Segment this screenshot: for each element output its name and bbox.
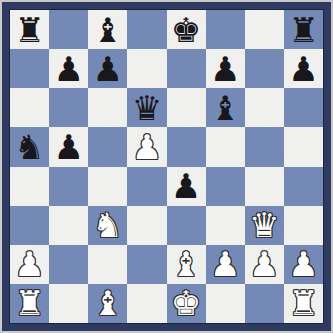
square-e3[interactable] [167,206,206,245]
square-f5[interactable] [206,127,245,166]
square-f8[interactable] [206,10,245,49]
black-queen-d6[interactable]: ♛ [132,91,162,125]
black-pawn-b5[interactable]: ♟ [53,130,83,164]
square-e7[interactable] [167,49,206,88]
square-g2[interactable]: ♟ [245,245,284,284]
square-e4[interactable]: ♟ [167,167,206,206]
square-f7[interactable]: ♟ [206,49,245,88]
square-e6[interactable] [167,88,206,127]
square-d6[interactable]: ♛ [127,88,166,127]
square-a3[interactable] [10,206,49,245]
square-d4[interactable] [127,167,166,206]
square-a6[interactable] [10,88,49,127]
square-c7[interactable]: ♟ [88,49,127,88]
square-g8[interactable] [245,10,284,49]
black-king-e8[interactable]: ♚ [171,13,201,47]
square-d5[interactable]: ♟ [127,127,166,166]
square-f3[interactable] [206,206,245,245]
square-h6[interactable] [284,88,323,127]
square-g7[interactable] [245,49,284,88]
square-h4[interactable] [284,167,323,206]
white-bishop-e2[interactable]: ♝ [171,247,201,281]
white-rook-h1[interactable]: ♜ [288,286,318,320]
square-e2[interactable]: ♝ [167,245,206,284]
white-pawn-d5[interactable]: ♟ [132,130,162,164]
square-h8[interactable]: ♜ [284,10,323,49]
square-b2[interactable] [49,245,88,284]
white-king-e1[interactable]: ♚ [171,286,201,320]
square-e5[interactable] [167,127,206,166]
square-a1[interactable]: ♜ [10,284,49,323]
white-pawn-g2[interactable]: ♟ [249,247,279,281]
black-bishop-c8[interactable]: ♝ [93,13,123,47]
white-knight-c3[interactable]: ♞ [93,208,123,242]
square-c8[interactable]: ♝ [88,10,127,49]
board-frame: ♜♝♚♜♟♟♟♟♛♝♞♟♟♟♞♛♟♝♟♟♟♜♝♚♜ [0,0,333,333]
square-g3[interactable]: ♛ [245,206,284,245]
square-f6[interactable]: ♝ [206,88,245,127]
square-e8[interactable]: ♚ [167,10,206,49]
square-h1[interactable]: ♜ [284,284,323,323]
black-rook-h8[interactable]: ♜ [288,13,318,47]
square-c3[interactable]: ♞ [88,206,127,245]
square-b1[interactable] [49,284,88,323]
square-c6[interactable] [88,88,127,127]
black-pawn-f7[interactable]: ♟ [210,52,240,86]
square-f4[interactable] [206,167,245,206]
black-knight-a5[interactable]: ♞ [14,130,44,164]
square-a4[interactable] [10,167,49,206]
square-d1[interactable] [127,284,166,323]
square-g4[interactable] [245,167,284,206]
square-e1[interactable]: ♚ [167,284,206,323]
square-f2[interactable]: ♟ [206,245,245,284]
square-a8[interactable]: ♜ [10,10,49,49]
square-g1[interactable] [245,284,284,323]
square-c2[interactable] [88,245,127,284]
square-a7[interactable] [10,49,49,88]
square-h2[interactable]: ♟ [284,245,323,284]
square-d7[interactable] [127,49,166,88]
square-g6[interactable] [245,88,284,127]
black-pawn-e4[interactable]: ♟ [171,169,201,203]
black-bishop-f6[interactable]: ♝ [210,91,240,125]
square-c5[interactable] [88,127,127,166]
black-pawn-b7[interactable]: ♟ [53,52,83,86]
white-pawn-f2[interactable]: ♟ [210,247,240,281]
square-b5[interactable]: ♟ [49,127,88,166]
white-pawn-a2[interactable]: ♟ [14,247,44,281]
square-b8[interactable] [49,10,88,49]
square-b7[interactable]: ♟ [49,49,88,88]
square-d3[interactable] [127,206,166,245]
square-b6[interactable] [49,88,88,127]
square-h3[interactable] [284,206,323,245]
square-b3[interactable] [49,206,88,245]
square-d8[interactable] [127,10,166,49]
black-rook-a8[interactable]: ♜ [14,13,44,47]
white-rook-a1[interactable]: ♜ [14,286,44,320]
white-queen-g3[interactable]: ♛ [249,208,279,242]
square-a2[interactable]: ♟ [10,245,49,284]
chess-board: ♜♝♚♜♟♟♟♟♛♝♞♟♟♟♞♛♟♝♟♟♟♜♝♚♜ [10,10,323,323]
square-g5[interactable] [245,127,284,166]
square-c4[interactable] [88,167,127,206]
square-h7[interactable]: ♟ [284,49,323,88]
square-c1[interactable]: ♝ [88,284,127,323]
square-b4[interactable] [49,167,88,206]
square-d2[interactable] [127,245,166,284]
black-pawn-c7[interactable]: ♟ [93,52,123,86]
square-h5[interactable] [284,127,323,166]
black-pawn-h7[interactable]: ♟ [288,52,318,86]
white-bishop-c1[interactable]: ♝ [93,286,123,320]
square-a5[interactable]: ♞ [10,127,49,166]
white-pawn-h2[interactable]: ♟ [288,247,318,281]
square-f1[interactable] [206,284,245,323]
